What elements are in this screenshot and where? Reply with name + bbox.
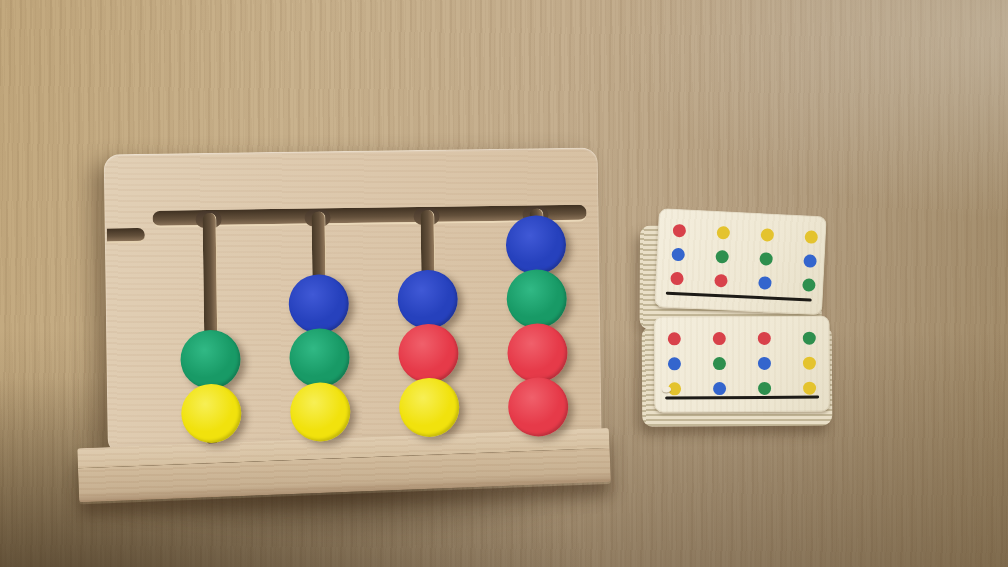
dot-grid-1	[659, 208, 827, 216]
dot-red	[673, 224, 687, 238]
card-stack-2[interactable]	[640, 313, 843, 432]
disc-red[interactable]	[508, 377, 569, 437]
card-baseline-1	[666, 292, 812, 302]
disc-red[interactable]	[507, 323, 568, 383]
dot-blue	[758, 276, 772, 290]
disc-blue[interactable]	[506, 215, 567, 275]
dot-green	[802, 278, 816, 292]
dot-green	[715, 250, 729, 264]
wood-blemish	[662, 386, 671, 392]
dot-grid-2	[654, 316, 830, 317]
puzzle-board	[86, 139, 615, 498]
dot-red	[668, 332, 681, 345]
dot-yellow	[804, 230, 818, 244]
disc-red[interactable]	[398, 323, 459, 383]
dot-blue	[803, 254, 817, 268]
dot-blue	[668, 357, 681, 370]
dot-yellow	[717, 226, 731, 240]
pattern-card-1[interactable]	[654, 208, 827, 315]
dot-yellow	[803, 357, 816, 370]
disc-blue[interactable]	[288, 274, 349, 334]
dot-yellow	[803, 382, 816, 395]
dot-green	[713, 357, 726, 370]
dot-yellow	[761, 228, 775, 242]
disc-blue[interactable]	[397, 269, 458, 329]
disc-yellow[interactable]	[181, 384, 242, 444]
dot-blue	[713, 382, 726, 395]
disc-yellow[interactable]	[290, 382, 351, 442]
dot-blue	[671, 248, 685, 262]
dot-red	[670, 272, 684, 286]
disc-green[interactable]	[506, 269, 567, 329]
dot-red	[714, 274, 728, 288]
dot-green	[759, 252, 773, 266]
dot-blue	[758, 357, 771, 370]
disc-layer	[104, 148, 598, 155]
pattern-card-2[interactable]	[654, 316, 831, 413]
dot-red	[713, 332, 726, 345]
left-exit-slot	[107, 228, 145, 244]
disc-green[interactable]	[180, 330, 241, 390]
dot-green	[803, 332, 816, 345]
disc-yellow[interactable]	[399, 377, 460, 437]
dot-green	[758, 382, 771, 395]
dot-red	[758, 332, 771, 345]
disc-green[interactable]	[289, 328, 350, 388]
board-panel	[104, 148, 602, 455]
card-baseline-2	[665, 396, 819, 400]
